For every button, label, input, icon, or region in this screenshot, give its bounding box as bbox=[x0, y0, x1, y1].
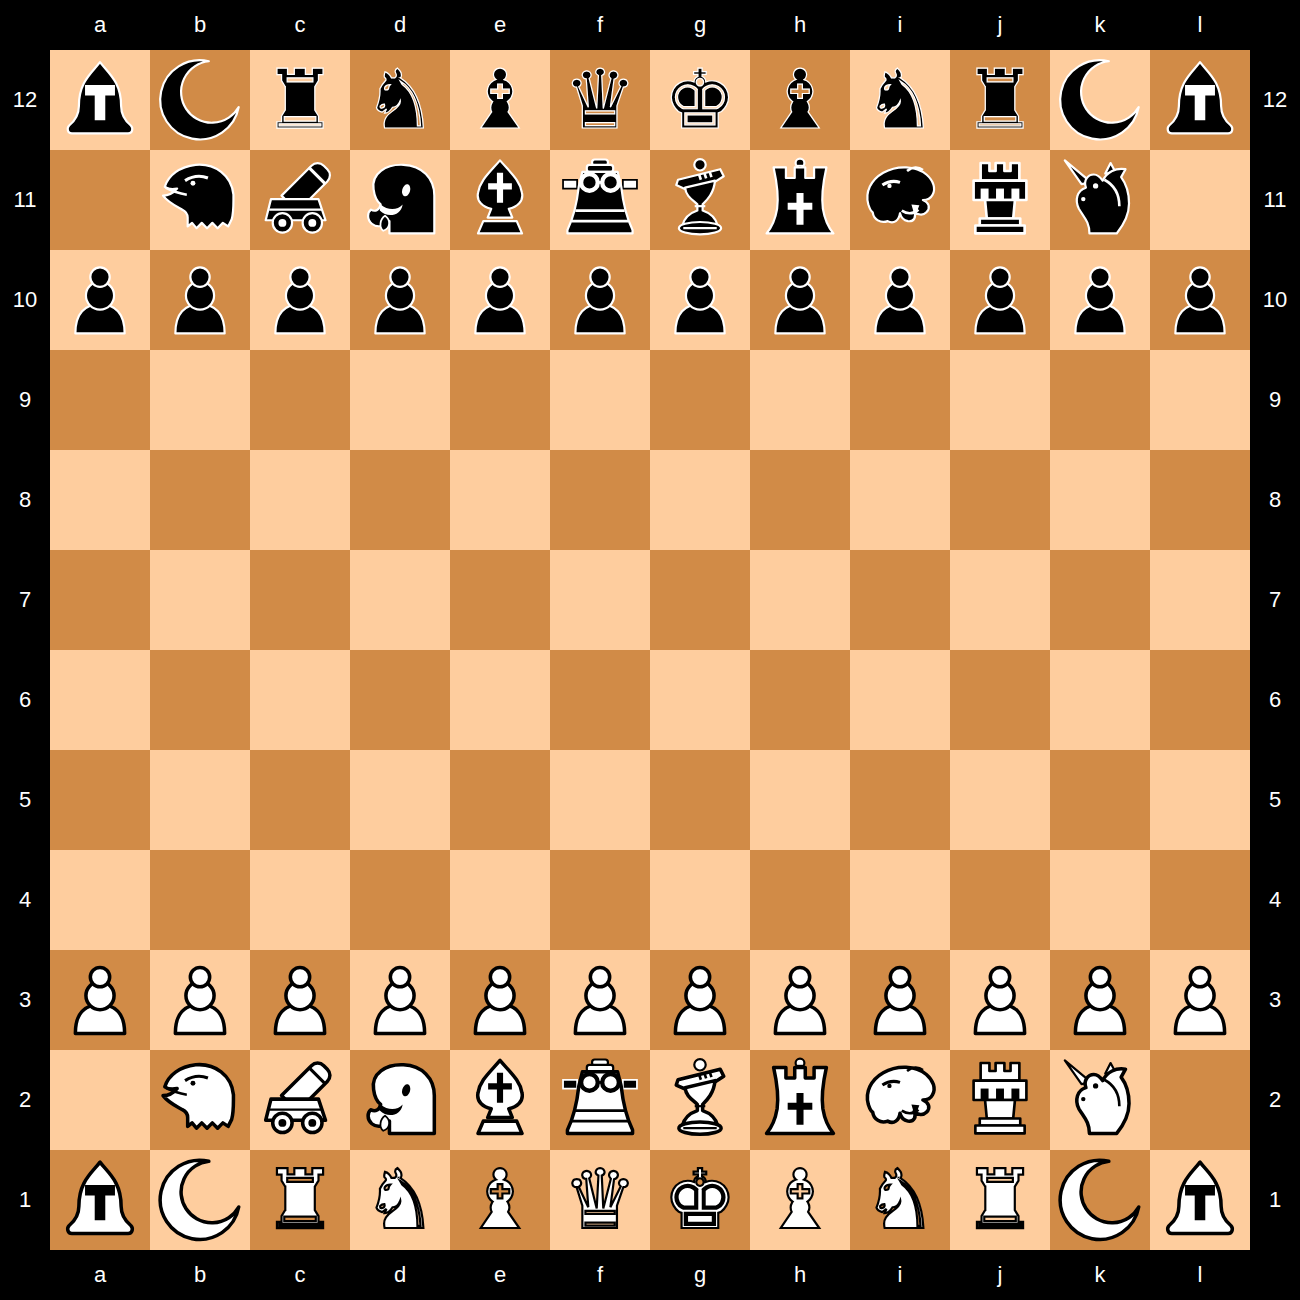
square-c1[interactable]: ♜ bbox=[250, 1150, 350, 1250]
piece-white-unicorn[interactable] bbox=[1056, 1056, 1144, 1144]
square-j3[interactable] bbox=[950, 950, 1050, 1050]
file-label-bottom-e: e bbox=[450, 1250, 550, 1300]
square-j1[interactable]: ♜ bbox=[950, 1150, 1050, 1250]
square-k11[interactable] bbox=[1050, 150, 1150, 250]
square-h5[interactable] bbox=[750, 750, 850, 850]
square-g10[interactable] bbox=[650, 250, 750, 350]
piece-white-pawn[interactable] bbox=[756, 956, 844, 1044]
square-c7[interactable] bbox=[250, 550, 350, 650]
square-j8[interactable] bbox=[950, 450, 1050, 550]
square-h1[interactable]: ♝ bbox=[750, 1150, 850, 1250]
square-e10[interactable] bbox=[450, 250, 550, 350]
square-g3[interactable] bbox=[650, 950, 750, 1050]
rank-label-left-8: 8 bbox=[0, 450, 50, 550]
square-h12[interactable]: ♝ bbox=[750, 50, 850, 150]
square-e11[interactable] bbox=[450, 150, 550, 250]
rank-label-right-3: 3 bbox=[1250, 950, 1300, 1050]
rank-label-right-12: 12 bbox=[1250, 50, 1300, 150]
square-f2[interactable] bbox=[550, 1050, 650, 1150]
piece-black-hawk[interactable] bbox=[156, 156, 244, 244]
piece-black-queen[interactable]: ♛ bbox=[563, 59, 637, 141]
square-c5[interactable] bbox=[250, 750, 350, 850]
file-label-top-i: i bbox=[850, 0, 950, 50]
file-label-top-l: l bbox=[1150, 0, 1250, 50]
file-label-bottom-a: a bbox=[50, 1250, 150, 1300]
piece-white-pawn[interactable] bbox=[156, 956, 244, 1044]
file-label-top-j: j bbox=[950, 0, 1050, 50]
rank-label-right-8: 8 bbox=[1250, 450, 1300, 550]
piece-white-leopard[interactable] bbox=[856, 1056, 944, 1144]
file-label-bottom-j: j bbox=[950, 1250, 1050, 1300]
square-g7[interactable] bbox=[650, 550, 750, 650]
square-k8[interactable] bbox=[1050, 450, 1150, 550]
piece-white-pawn[interactable] bbox=[356, 956, 444, 1044]
square-d4[interactable] bbox=[350, 850, 450, 950]
rank-label-right-4: 4 bbox=[1250, 850, 1300, 950]
rank-label-left-4: 4 bbox=[0, 850, 50, 950]
square-i6[interactable] bbox=[850, 650, 950, 750]
file-label-bottom-l: l bbox=[1150, 1250, 1250, 1300]
square-e5[interactable] bbox=[450, 750, 550, 850]
piece-black-pawn[interactable] bbox=[1156, 256, 1244, 344]
piece-black-bishop[interactable]: ♝ bbox=[463, 59, 537, 141]
square-g1[interactable]: ♚ bbox=[650, 1150, 750, 1250]
square-b5[interactable] bbox=[150, 750, 250, 850]
square-b9[interactable] bbox=[150, 350, 250, 450]
square-j2[interactable] bbox=[950, 1050, 1050, 1150]
piece-white-fortress[interactable] bbox=[956, 1056, 1044, 1144]
square-e7[interactable] bbox=[450, 550, 550, 650]
square-f5[interactable] bbox=[550, 750, 650, 850]
square-i2[interactable] bbox=[850, 1050, 950, 1150]
square-d9[interactable] bbox=[350, 350, 450, 450]
rank-label-left-10: 10 bbox=[0, 250, 50, 350]
piece-black-knight[interactable]: ♞ bbox=[363, 59, 437, 141]
square-g9[interactable] bbox=[650, 350, 750, 450]
square-f1[interactable]: ♛ bbox=[550, 1150, 650, 1250]
square-c10[interactable] bbox=[250, 250, 350, 350]
square-l8[interactable] bbox=[1150, 450, 1250, 550]
piece-white-bishop[interactable]: ♝ bbox=[763, 1159, 837, 1241]
square-i11[interactable] bbox=[850, 150, 950, 250]
rank-label-left-7: 7 bbox=[0, 550, 50, 650]
piece-white-rook[interactable]: ♜ bbox=[963, 1159, 1037, 1241]
rank-label-right-10: 10 bbox=[1250, 250, 1300, 350]
square-i12[interactable]: ♞ bbox=[850, 50, 950, 150]
square-i4[interactable] bbox=[850, 850, 950, 950]
rank-label-left-5: 5 bbox=[0, 750, 50, 850]
piece-black-leopard[interactable] bbox=[856, 156, 944, 244]
square-a7[interactable] bbox=[50, 550, 150, 650]
piece-black-pawn[interactable] bbox=[156, 256, 244, 344]
square-i10[interactable] bbox=[850, 250, 950, 350]
rank-label-right-6: 6 bbox=[1250, 650, 1300, 750]
square-b7[interactable] bbox=[150, 550, 250, 650]
file-label-top-h: h bbox=[750, 0, 850, 50]
rank-label-left-9: 9 bbox=[0, 350, 50, 450]
square-a2[interactable] bbox=[50, 1050, 150, 1150]
square-c12[interactable]: ♜ bbox=[250, 50, 350, 150]
piece-black-pawn[interactable] bbox=[1056, 256, 1144, 344]
board-frame: abcdefghijkl abcdefghijkl 12111098765432… bbox=[0, 0, 1300, 1300]
piece-black-knight[interactable]: ♞ bbox=[863, 59, 937, 141]
piece-white-pawn[interactable] bbox=[556, 956, 644, 1044]
file-label-bottom-i: i bbox=[850, 1250, 950, 1300]
square-h6[interactable] bbox=[750, 650, 850, 750]
square-a11[interactable] bbox=[50, 150, 150, 250]
piece-white-pawn[interactable] bbox=[856, 956, 944, 1044]
piece-black-pawn[interactable] bbox=[556, 256, 644, 344]
square-c6[interactable] bbox=[250, 650, 350, 750]
piece-black-unicorn[interactable] bbox=[1056, 156, 1144, 244]
square-j11[interactable] bbox=[950, 150, 1050, 250]
file-label-bottom-k: k bbox=[1050, 1250, 1150, 1300]
square-b4[interactable] bbox=[150, 850, 250, 950]
square-h8[interactable] bbox=[750, 450, 850, 550]
square-f3[interactable] bbox=[550, 950, 650, 1050]
square-i8[interactable] bbox=[850, 450, 950, 550]
piece-white-cannon[interactable] bbox=[256, 1056, 344, 1144]
rank-label-right-9: 9 bbox=[1250, 350, 1300, 450]
piece-black-rook[interactable]: ♜ bbox=[963, 59, 1037, 141]
square-b6[interactable] bbox=[150, 650, 250, 750]
piece-black-king[interactable]: ♚ bbox=[663, 59, 737, 141]
square-h2[interactable] bbox=[750, 1050, 850, 1150]
file-label-bottom-b: b bbox=[150, 1250, 250, 1300]
square-d3[interactable] bbox=[350, 950, 450, 1050]
piece-black-pawn[interactable] bbox=[256, 256, 344, 344]
square-l10[interactable] bbox=[1150, 250, 1250, 350]
piece-black-pawn[interactable] bbox=[356, 256, 444, 344]
square-c9[interactable] bbox=[250, 350, 350, 450]
piece-black-pawn[interactable] bbox=[956, 256, 1044, 344]
square-e1[interactable]: ♝ bbox=[450, 1150, 550, 1250]
square-j10[interactable] bbox=[950, 250, 1050, 350]
square-c4[interactable] bbox=[250, 850, 350, 950]
square-a8[interactable] bbox=[50, 450, 150, 550]
square-c11[interactable] bbox=[250, 150, 350, 250]
piece-white-pawn[interactable] bbox=[656, 956, 744, 1044]
square-g6[interactable] bbox=[650, 650, 750, 750]
square-k6[interactable] bbox=[1050, 650, 1150, 750]
piece-black-spider[interactable] bbox=[556, 156, 644, 244]
rank-label-right-1: 1 bbox=[1250, 1150, 1300, 1250]
file-label-bottom-c: c bbox=[250, 1250, 350, 1300]
piece-black-archbishop[interactable] bbox=[456, 156, 544, 244]
piece-white-pawn[interactable] bbox=[456, 956, 544, 1044]
square-h4[interactable] bbox=[750, 850, 850, 950]
square-b2[interactable] bbox=[150, 1050, 250, 1150]
rank-label-left-3: 3 bbox=[0, 950, 50, 1050]
square-c2[interactable] bbox=[250, 1050, 350, 1150]
square-h7[interactable] bbox=[750, 550, 850, 650]
piece-white-bishop[interactable]: ♝ bbox=[463, 1159, 537, 1241]
piece-white-knight[interactable]: ♞ bbox=[363, 1159, 437, 1241]
rank-labels-right: 121110987654321 bbox=[1250, 50, 1300, 1250]
square-k10[interactable] bbox=[1050, 250, 1150, 350]
square-l3[interactable] bbox=[1150, 950, 1250, 1050]
file-labels-top: abcdefghijkl bbox=[50, 0, 1250, 50]
piece-black-rook[interactable]: ♜ bbox=[263, 59, 337, 141]
square-b12[interactable] bbox=[150, 50, 250, 150]
square-i7[interactable] bbox=[850, 550, 950, 650]
square-c3[interactable] bbox=[250, 950, 350, 1050]
square-l5[interactable] bbox=[1150, 750, 1250, 850]
square-d12[interactable]: ♞ bbox=[350, 50, 450, 150]
piece-white-archbishop[interactable] bbox=[456, 1056, 544, 1144]
file-label-top-c: c bbox=[250, 0, 350, 50]
piece-black-pawn[interactable] bbox=[456, 256, 544, 344]
file-label-top-a: a bbox=[50, 0, 150, 50]
rank-label-right-5: 5 bbox=[1250, 750, 1300, 850]
square-i5[interactable] bbox=[850, 750, 950, 850]
piece-white-queen[interactable]: ♛ bbox=[563, 1159, 637, 1241]
rank-label-right-7: 7 bbox=[1250, 550, 1300, 650]
square-b8[interactable] bbox=[150, 450, 250, 550]
piece-white-tower[interactable] bbox=[56, 1156, 144, 1244]
square-i9[interactable] bbox=[850, 350, 950, 450]
square-l11[interactable] bbox=[1150, 150, 1250, 250]
piece-black-elephant[interactable] bbox=[356, 156, 444, 244]
rank-label-right-2: 2 bbox=[1250, 1050, 1300, 1150]
file-label-top-d: d bbox=[350, 0, 450, 50]
square-l9[interactable] bbox=[1150, 350, 1250, 450]
square-i3[interactable] bbox=[850, 950, 950, 1050]
square-d5[interactable] bbox=[350, 750, 450, 850]
square-h11[interactable] bbox=[750, 150, 850, 250]
file-label-top-b: b bbox=[150, 0, 250, 50]
square-j4[interactable] bbox=[950, 850, 1050, 950]
square-f6[interactable] bbox=[550, 650, 650, 750]
piece-white-pawn[interactable] bbox=[956, 956, 1044, 1044]
piece-white-elephant[interactable] bbox=[356, 1056, 444, 1144]
square-k3[interactable] bbox=[1050, 950, 1150, 1050]
square-l4[interactable] bbox=[1150, 850, 1250, 950]
square-d8[interactable] bbox=[350, 450, 450, 550]
square-d6[interactable] bbox=[350, 650, 450, 750]
square-e2[interactable] bbox=[450, 1050, 550, 1150]
square-g2[interactable] bbox=[650, 1050, 750, 1150]
square-g4[interactable] bbox=[650, 850, 750, 950]
square-f4[interactable] bbox=[550, 850, 650, 950]
piece-black-cannon[interactable] bbox=[256, 156, 344, 244]
square-b3[interactable] bbox=[150, 950, 250, 1050]
square-f7[interactable] bbox=[550, 550, 650, 650]
piece-black-chancellor[interactable] bbox=[656, 156, 744, 244]
file-label-bottom-g: g bbox=[650, 1250, 750, 1300]
square-g12[interactable]: ♚ bbox=[650, 50, 750, 150]
piece-black-pawn[interactable] bbox=[656, 256, 744, 344]
rank-label-left-1: 1 bbox=[0, 1150, 50, 1250]
piece-black-pawn[interactable] bbox=[756, 256, 844, 344]
file-label-top-f: f bbox=[550, 0, 650, 50]
square-j9[interactable] bbox=[950, 350, 1050, 450]
piece-black-fortress[interactable] bbox=[956, 156, 1044, 244]
square-d11[interactable] bbox=[350, 150, 450, 250]
square-k9[interactable] bbox=[1050, 350, 1150, 450]
square-k4[interactable] bbox=[1050, 850, 1150, 950]
piece-white-moon[interactable] bbox=[156, 1156, 244, 1244]
rank-label-left-12: 12 bbox=[0, 50, 50, 150]
square-a10[interactable] bbox=[50, 250, 150, 350]
square-e12[interactable]: ♝ bbox=[450, 50, 550, 150]
square-k7[interactable] bbox=[1050, 550, 1150, 650]
piece-black-tower[interactable] bbox=[56, 56, 144, 144]
square-h10[interactable] bbox=[750, 250, 850, 350]
piece-white-pawn[interactable] bbox=[1056, 956, 1144, 1044]
piece-black-bishop[interactable]: ♝ bbox=[763, 59, 837, 141]
file-label-bottom-h: h bbox=[750, 1250, 850, 1300]
square-a9[interactable] bbox=[50, 350, 150, 450]
square-d1[interactable]: ♞ bbox=[350, 1150, 450, 1250]
piece-white-knight[interactable]: ♞ bbox=[863, 1159, 937, 1241]
square-k5[interactable] bbox=[1050, 750, 1150, 850]
square-e9[interactable] bbox=[450, 350, 550, 450]
square-h3[interactable] bbox=[750, 950, 850, 1050]
square-k2[interactable] bbox=[1050, 1050, 1150, 1150]
square-j12[interactable]: ♜ bbox=[950, 50, 1050, 150]
file-label-top-e: e bbox=[450, 0, 550, 50]
piece-black-tower[interactable] bbox=[1156, 56, 1244, 144]
piece-white-hawk[interactable] bbox=[156, 1056, 244, 1144]
piece-white-cathedral[interactable] bbox=[756, 1056, 844, 1144]
rank-labels-left: 121110987654321 bbox=[0, 50, 50, 1250]
piece-black-cathedral[interactable] bbox=[756, 156, 844, 244]
rank-label-left-11: 11 bbox=[0, 150, 50, 250]
square-b1[interactable] bbox=[150, 1150, 250, 1250]
square-l7[interactable] bbox=[1150, 550, 1250, 650]
piece-white-king[interactable]: ♚ bbox=[663, 1159, 737, 1241]
piece-white-tower[interactable] bbox=[1156, 1156, 1244, 1244]
square-a12[interactable] bbox=[50, 50, 150, 150]
square-j7[interactable] bbox=[950, 550, 1050, 650]
square-f8[interactable] bbox=[550, 450, 650, 550]
piece-white-spider[interactable] bbox=[556, 1056, 644, 1144]
square-g5[interactable] bbox=[650, 750, 750, 850]
square-i1[interactable]: ♞ bbox=[850, 1150, 950, 1250]
file-label-top-k: k bbox=[1050, 0, 1150, 50]
square-c8[interactable] bbox=[250, 450, 350, 550]
square-a5[interactable] bbox=[50, 750, 150, 850]
square-f10[interactable] bbox=[550, 250, 650, 350]
square-j6[interactable] bbox=[950, 650, 1050, 750]
square-a1[interactable] bbox=[50, 1150, 150, 1250]
square-l6[interactable] bbox=[1150, 650, 1250, 750]
rank-label-right-11: 11 bbox=[1250, 150, 1300, 250]
square-b10[interactable] bbox=[150, 250, 250, 350]
square-d7[interactable] bbox=[350, 550, 450, 650]
piece-white-pawn[interactable] bbox=[56, 956, 144, 1044]
square-d10[interactable] bbox=[350, 250, 450, 350]
piece-black-pawn[interactable] bbox=[856, 256, 944, 344]
square-l1[interactable] bbox=[1150, 1150, 1250, 1250]
square-k1[interactable] bbox=[1050, 1150, 1150, 1250]
square-a6[interactable] bbox=[50, 650, 150, 750]
piece-white-rook[interactable]: ♜ bbox=[263, 1159, 337, 1241]
piece-black-moon[interactable] bbox=[1056, 56, 1144, 144]
piece-white-chancellor[interactable] bbox=[656, 1056, 744, 1144]
chessboard[interactable]: ♜♞♝♛♚♝♞♜ bbox=[50, 50, 1250, 1250]
piece-white-moon[interactable] bbox=[1056, 1156, 1144, 1244]
piece-white-pawn[interactable] bbox=[256, 956, 344, 1044]
square-e3[interactable] bbox=[450, 950, 550, 1050]
square-b11[interactable] bbox=[150, 150, 250, 250]
piece-black-pawn[interactable] bbox=[56, 256, 144, 344]
square-a3[interactable] bbox=[50, 950, 150, 1050]
rank-label-left-6: 6 bbox=[0, 650, 50, 750]
square-h9[interactable] bbox=[750, 350, 850, 450]
piece-black-moon[interactable] bbox=[156, 56, 244, 144]
square-a4[interactable] bbox=[50, 850, 150, 950]
square-e4[interactable] bbox=[450, 850, 550, 950]
file-label-bottom-f: f bbox=[550, 1250, 650, 1300]
file-label-bottom-d: d bbox=[350, 1250, 450, 1300]
square-e8[interactable] bbox=[450, 450, 550, 550]
rank-label-left-2: 2 bbox=[0, 1050, 50, 1150]
file-label-top-g: g bbox=[650, 0, 750, 50]
square-f9[interactable] bbox=[550, 350, 650, 450]
square-l12[interactable] bbox=[1150, 50, 1250, 150]
piece-white-pawn[interactable] bbox=[1156, 956, 1244, 1044]
square-f12[interactable]: ♛ bbox=[550, 50, 650, 150]
square-e6[interactable] bbox=[450, 650, 550, 750]
square-j5[interactable] bbox=[950, 750, 1050, 850]
square-f11[interactable] bbox=[550, 150, 650, 250]
square-g8[interactable] bbox=[650, 450, 750, 550]
square-l2[interactable] bbox=[1150, 1050, 1250, 1150]
file-labels-bottom: abcdefghijkl bbox=[50, 1250, 1250, 1300]
square-d2[interactable] bbox=[350, 1050, 450, 1150]
square-g11[interactable] bbox=[650, 150, 750, 250]
square-k12[interactable] bbox=[1050, 50, 1150, 150]
